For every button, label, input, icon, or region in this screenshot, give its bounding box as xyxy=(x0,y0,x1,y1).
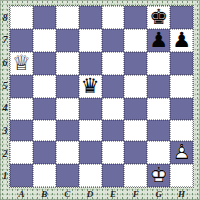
black-king-piece[interactable]: ♚ xyxy=(148,7,169,28)
square-d4[interactable] xyxy=(79,98,102,120)
square-a8[interactable] xyxy=(10,6,33,29)
square-c8[interactable] xyxy=(56,6,79,29)
rank-label-6: 6 xyxy=(0,51,10,74)
square-e6[interactable] xyxy=(102,52,125,75)
square-b6[interactable] xyxy=(33,52,56,75)
square-g2[interactable] xyxy=(147,141,170,164)
square-c7[interactable] xyxy=(56,29,79,52)
square-e7[interactable] xyxy=(102,29,125,52)
black-queen-piece[interactable]: ♛ xyxy=(80,76,101,97)
square-f1[interactable] xyxy=(124,164,147,187)
square-g4[interactable] xyxy=(147,98,170,120)
square-h1[interactable] xyxy=(170,164,193,187)
square-c5[interactable] xyxy=(56,75,79,98)
black-pawn-glyph: ♟ xyxy=(172,30,191,51)
white-queen-piece[interactable]: ♛♕ xyxy=(11,53,32,74)
square-g3[interactable] xyxy=(147,120,170,142)
square-g7[interactable]: ♟ xyxy=(147,29,170,52)
rank-label-7: 7 xyxy=(0,29,10,52)
square-b4[interactable] xyxy=(33,98,56,120)
square-e2[interactable] xyxy=(102,141,125,164)
square-b2[interactable] xyxy=(33,141,56,164)
white-pawn-piece[interactable]: ♟♙ xyxy=(171,142,192,163)
square-f7[interactable] xyxy=(124,29,147,52)
square-a4[interactable] xyxy=(10,98,33,120)
file-label-h: H xyxy=(170,187,193,200)
black-pawn-piece[interactable]: ♟ xyxy=(148,30,169,51)
square-e8[interactable] xyxy=(102,6,125,29)
square-d3[interactable] xyxy=(79,120,102,142)
square-g5[interactable] xyxy=(147,75,170,98)
square-a3[interactable] xyxy=(10,120,33,142)
square-f8[interactable] xyxy=(124,6,147,29)
square-c6[interactable] xyxy=(56,52,79,75)
black-king-glyph: ♚ xyxy=(149,7,168,28)
white-king-outline: ♔ xyxy=(149,165,168,186)
square-d2[interactable] xyxy=(79,141,102,164)
rank-label-3: 3 xyxy=(0,119,10,142)
square-f2[interactable] xyxy=(124,141,147,164)
square-b3[interactable] xyxy=(33,120,56,142)
square-e3[interactable] xyxy=(102,120,125,142)
square-e1[interactable] xyxy=(102,164,125,187)
white-king-piece[interactable]: ♚♔ xyxy=(148,165,169,186)
square-h4[interactable] xyxy=(170,98,193,120)
black-queen-glyph: ♛ xyxy=(81,76,100,97)
square-a7[interactable] xyxy=(10,29,33,52)
file-label-c: C xyxy=(56,187,79,200)
file-label-g: G xyxy=(147,187,170,200)
square-e5[interactable] xyxy=(102,75,125,98)
white-queen-outline: ♕ xyxy=(12,53,31,74)
square-f6[interactable] xyxy=(124,52,147,75)
rank-label-2: 2 xyxy=(0,142,10,165)
rank-label-5: 5 xyxy=(0,74,10,97)
file-label-f: F xyxy=(124,187,147,200)
square-b5[interactable] xyxy=(33,75,56,98)
square-b7[interactable] xyxy=(33,29,56,52)
square-e4[interactable] xyxy=(102,98,125,120)
black-pawn-glyph: ♟ xyxy=(149,30,168,51)
square-a2[interactable] xyxy=(10,141,33,164)
file-label-b: B xyxy=(33,187,56,200)
rank-label-4: 4 xyxy=(0,97,10,120)
square-f5[interactable] xyxy=(124,75,147,98)
black-pawn-piece[interactable]: ♟ xyxy=(171,30,192,51)
square-d1[interactable] xyxy=(79,164,102,187)
square-g6[interactable] xyxy=(147,52,170,75)
square-d8[interactable] xyxy=(79,6,102,29)
square-g8[interactable]: ♚ xyxy=(147,6,170,29)
square-c4[interactable] xyxy=(56,98,79,120)
square-f3[interactable] xyxy=(124,120,147,142)
file-label-e: E xyxy=(102,187,125,200)
square-b1[interactable] xyxy=(33,164,56,187)
square-d6[interactable] xyxy=(79,52,102,75)
square-d7[interactable] xyxy=(79,29,102,52)
file-label-d: D xyxy=(79,187,102,200)
square-c2[interactable] xyxy=(56,141,79,164)
square-c3[interactable] xyxy=(56,120,79,142)
square-h6[interactable] xyxy=(170,52,193,75)
square-h2[interactable]: ♟♙ xyxy=(170,141,193,164)
square-b8[interactable] xyxy=(33,6,56,29)
chess-board: ♚♟♟♛♕♛♟♙♚♔ xyxy=(10,6,193,187)
rank-label-8: 8 xyxy=(0,6,10,29)
square-h5[interactable] xyxy=(170,75,193,98)
square-f4[interactable] xyxy=(124,98,147,120)
file-label-a: A xyxy=(10,187,33,200)
chess-board-frame: ♚♟♟♛♕♛♟♙♚♔ 87654321ABCDEFGH xyxy=(0,0,200,200)
white-pawn-outline: ♙ xyxy=(172,142,191,163)
square-a5[interactable] xyxy=(10,75,33,98)
square-g1[interactable]: ♚♔ xyxy=(147,164,170,187)
square-h7[interactable]: ♟ xyxy=(170,29,193,52)
rank-label-1: 1 xyxy=(0,164,10,187)
square-d5[interactable]: ♛ xyxy=(79,75,102,98)
square-a1[interactable] xyxy=(10,164,33,187)
square-a6[interactable]: ♛♕ xyxy=(10,52,33,75)
square-c1[interactable] xyxy=(56,164,79,187)
square-h3[interactable] xyxy=(170,120,193,142)
square-h8[interactable] xyxy=(170,6,193,29)
